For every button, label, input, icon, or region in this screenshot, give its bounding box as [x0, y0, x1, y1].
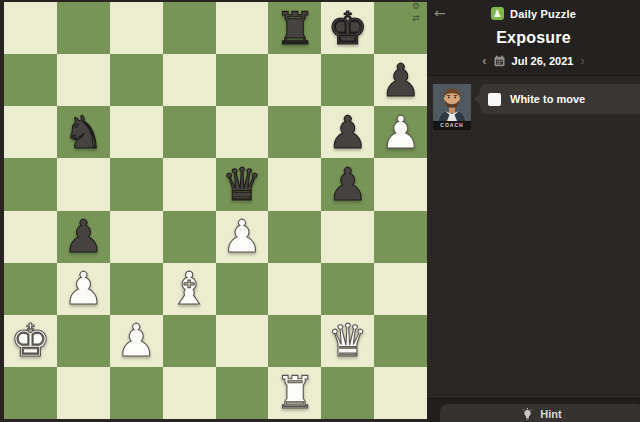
next-puzzle-button[interactable]: ›: [580, 54, 584, 67]
square-c7[interactable]: [110, 54, 163, 106]
square-f1[interactable]: ♜: [268, 367, 321, 419]
square-f6[interactable]: [268, 106, 321, 158]
square-d6[interactable]: [163, 106, 216, 158]
hint-button[interactable]: Hint: [440, 404, 640, 422]
square-c5[interactable]: [110, 158, 163, 210]
square-a4[interactable]: [4, 211, 57, 263]
square-d5[interactable]: [163, 158, 216, 210]
piece-black-pawn-g6[interactable]: ♟: [328, 110, 368, 155]
square-g6[interactable]: ♟: [321, 106, 374, 158]
board-area: ♜♚♟♞♟♟♛♟♟♟♟♝♚♟♛♜ ⚙ ⇄: [0, 0, 427, 422]
square-a7[interactable]: [4, 54, 57, 106]
square-e2[interactable]: [216, 315, 269, 367]
piece-white-bishop-d3[interactable]: ♝: [169, 266, 209, 311]
square-f7[interactable]: [268, 54, 321, 106]
square-h6[interactable]: ♟: [374, 106, 427, 158]
square-d7[interactable]: [163, 54, 216, 106]
square-h2[interactable]: [374, 315, 427, 367]
square-c3[interactable]: [110, 263, 163, 315]
square-h3[interactable]: [374, 263, 427, 315]
square-c8[interactable]: [110, 2, 163, 54]
square-d1[interactable]: [163, 367, 216, 419]
square-e3[interactable]: [216, 263, 269, 315]
square-h4[interactable]: [374, 211, 427, 263]
square-c4[interactable]: [110, 211, 163, 263]
square-a3[interactable]: [4, 263, 57, 315]
square-b8[interactable]: [57, 2, 110, 54]
piece-white-pawn-e4[interactable]: ♟: [222, 214, 262, 259]
white-to-move-indicator: [488, 93, 501, 106]
piece-white-pawn-c2[interactable]: ♟: [116, 318, 156, 363]
square-e5[interactable]: ♛: [216, 158, 269, 210]
square-a2[interactable]: ♚: [4, 315, 57, 367]
square-b5[interactable]: [57, 158, 110, 210]
square-a6[interactable]: [4, 106, 57, 158]
square-h5[interactable]: [374, 158, 427, 210]
piece-black-knight-b6[interactable]: ♞: [63, 110, 103, 155]
bubble-tail: [474, 94, 480, 104]
square-f8[interactable]: ♜: [268, 2, 321, 54]
piece-black-queen-e5[interactable]: ♛: [222, 162, 262, 207]
square-d3[interactable]: ♝: [163, 263, 216, 315]
hint-label: Hint: [540, 408, 561, 420]
piece-black-pawn-g5[interactable]: ♟: [328, 162, 368, 207]
square-e7[interactable]: [216, 54, 269, 106]
flip-board-icon[interactable]: ⇄: [410, 13, 422, 24]
square-b4[interactable]: ♟: [57, 211, 110, 263]
square-h1[interactable]: [374, 367, 427, 419]
square-e6[interactable]: [216, 106, 269, 158]
board-settings-icon[interactable]: ⚙: [410, 1, 422, 12]
square-g5[interactable]: ♟: [321, 158, 374, 210]
square-c2[interactable]: ♟: [110, 315, 163, 367]
piece-white-rook-f1[interactable]: ♜: [275, 370, 315, 415]
calendar-icon: [494, 55, 505, 67]
square-b3[interactable]: ♟: [57, 263, 110, 315]
square-d2[interactable]: [163, 315, 216, 367]
square-b7[interactable]: [57, 54, 110, 106]
piece-white-king-a2[interactable]: ♚: [10, 318, 50, 363]
daily-puzzle-icon: ♟: [491, 7, 504, 20]
puzzle-panel: ← ♟ Daily Puzzle Exposure ‹: [427, 0, 640, 422]
panel-header: ← ♟ Daily Puzzle Exposure ‹: [427, 0, 640, 76]
chess-board[interactable]: ♜♚♟♞♟♟♛♟♟♟♟♝♚♟♛♜: [4, 2, 427, 419]
daily-puzzle-title-row: ♟ Daily Puzzle: [427, 0, 640, 20]
square-g4[interactable]: [321, 211, 374, 263]
square-e8[interactable]: [216, 2, 269, 54]
coach-label: COACH: [433, 121, 471, 130]
piece-white-pawn-h6[interactable]: ♟: [380, 110, 420, 155]
square-h7[interactable]: ♟: [374, 54, 427, 106]
panel-footer: Hint: [427, 398, 640, 422]
square-g7[interactable]: [321, 54, 374, 106]
coach-avatar: COACH: [433, 84, 471, 130]
back-button[interactable]: ←: [434, 4, 446, 22]
square-b2[interactable]: [57, 315, 110, 367]
daily-puzzle-title: Daily Puzzle: [510, 8, 576, 20]
square-g3[interactable]: [321, 263, 374, 315]
square-c1[interactable]: [110, 367, 163, 419]
square-e4[interactable]: ♟: [216, 211, 269, 263]
piece-black-rook-f8[interactable]: ♜: [275, 6, 315, 51]
square-f5[interactable]: [268, 158, 321, 210]
coach-message: White to move: [510, 93, 585, 105]
square-g8[interactable]: ♚: [321, 2, 374, 54]
daily-puzzle-icon-pawn: ♟: [493, 7, 502, 20]
hint-lightbulb-icon: [522, 408, 533, 421]
date-navigation: ‹ Jul 26, 2021 ›: [427, 54, 640, 67]
piece-white-queen-g2[interactable]: ♛: [328, 318, 368, 363]
square-c6[interactable]: [110, 106, 163, 158]
square-e1[interactable]: [216, 367, 269, 419]
square-f4[interactable]: [268, 211, 321, 263]
square-f2[interactable]: [268, 315, 321, 367]
piece-white-pawn-b3[interactable]: ♟: [63, 266, 103, 311]
piece-black-pawn-h7[interactable]: ♟: [380, 58, 420, 103]
square-a1[interactable]: [4, 367, 57, 419]
previous-puzzle-button[interactable]: ‹: [482, 54, 486, 67]
square-d4[interactable]: [163, 211, 216, 263]
coach-message-bubble: White to move: [480, 84, 640, 114]
square-d8[interactable]: [163, 2, 216, 54]
square-g2[interactable]: ♛: [321, 315, 374, 367]
puzzle-date: Jul 26, 2021: [512, 55, 574, 67]
square-b1[interactable]: [57, 367, 110, 419]
square-f3[interactable]: [268, 263, 321, 315]
piece-black-pawn-b4[interactable]: ♟: [63, 214, 103, 259]
coach-avatar-image: [433, 84, 471, 121]
square-a8[interactable]: [4, 2, 57, 54]
square-g1[interactable]: [321, 367, 374, 419]
piece-black-king-g8[interactable]: ♚: [328, 6, 368, 51]
board-controls: ⚙ ⇄: [410, 1, 422, 24]
puzzle-name: Exposure: [427, 29, 640, 47]
square-a5[interactable]: [4, 158, 57, 210]
square-b6[interactable]: ♞: [57, 106, 110, 158]
